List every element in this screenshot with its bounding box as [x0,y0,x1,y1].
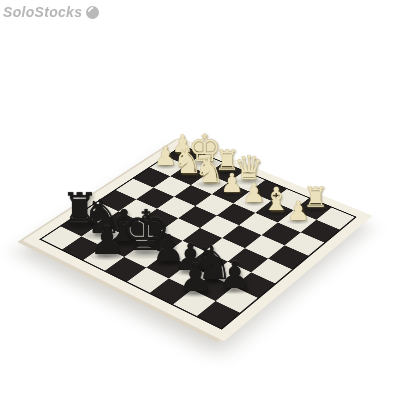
board-grid [39,145,357,330]
watermark-text: SoloStocks [3,4,82,20]
product-photo: SoloStocks ♟♚♜♛♜♟♞♞♟♟♝♟♜♞♝♚♟♟♞♟♟♟ [0,0,400,400]
chessboard [23,137,373,341]
watermark: SoloStocks [3,4,99,20]
solostocks-globe-icon [86,6,99,19]
chessboard-scene [0,0,400,400]
